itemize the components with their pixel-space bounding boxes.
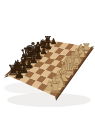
piece-black-p-a7: ♟ [14, 68, 24, 81]
piece-white-r-a1: ♜ [48, 78, 62, 97]
chess-board-scene: ♜♟♞♟♟♜♝♟♟♞♚♟♟♛♝♟♝♟♟♚♞♟♟♛♜♟♟♝♟♞♟♜ [0, 0, 95, 126]
chess-set-product-photo: ♜♟♞♟♟♜♝♟♟♞♚♟♟♛♝♟♝♟♟♚♞♟♟♛♜♟♟♝♟♞♟♜ [0, 0, 95, 126]
